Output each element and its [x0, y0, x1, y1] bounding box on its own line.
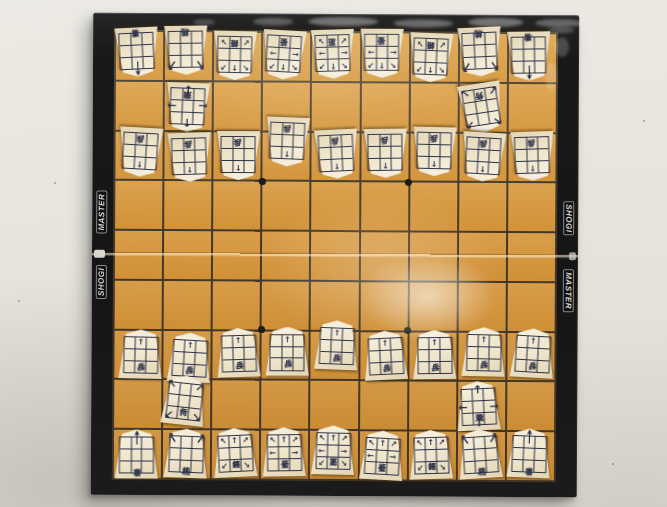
- board-cell[interactable]: ↑↗↖→←↓金将: [261, 431, 308, 479]
- arrow-s-icon: ↓: [281, 37, 288, 45]
- arrow-w-icon: ←: [341, 48, 348, 56]
- movement-diagram: ↗↖桂馬: [167, 435, 203, 473]
- movement-diagram: ↑↗↖↘↙銀将: [216, 434, 253, 473]
- arrow-se-icon: ↘: [417, 40, 424, 48]
- arrow-s-icon: ↓: [329, 459, 336, 467]
- board-cell[interactable]: [164, 281, 211, 329]
- movement-diagram: ↑歩兵: [220, 334, 256, 372]
- shogi-piece-rook[interactable]: ↑→↓←飛車: [455, 381, 502, 432]
- arrow-s-icon: ↓: [378, 464, 385, 472]
- board-cell[interactable]: [114, 380, 161, 428]
- shogi-piece-bishop[interactable]: ↗↖↘↙角行: [159, 374, 209, 428]
- arrow-n-icon: ↑: [284, 149, 291, 157]
- board-cell[interactable]: ↑歩兵: [163, 331, 210, 379]
- board-cell[interactable]: ↗↖↘↙角行: [459, 83, 506, 131]
- arrow-w-icon: ←: [269, 449, 276, 457]
- movement-diagram: ↑→↓←飛車: [169, 87, 205, 125]
- shogi-piece-knight[interactable]: ↗↖桂馬: [457, 26, 504, 77]
- movement-diagram: ↑歩兵: [318, 134, 355, 173]
- movement-diagram: ↗↖桂馬: [168, 30, 203, 67]
- board-cell[interactable]: ↑歩兵: [458, 332, 505, 380]
- arrow-e-icon: →: [318, 49, 325, 57]
- movement-diagram: ↗↖桂馬: [462, 435, 499, 474]
- arrow-sw-icon: ↙: [417, 464, 424, 472]
- arrow-w-icon: ←: [292, 50, 299, 58]
- shogi-piece-lance[interactable]: ↑香車: [114, 429, 159, 478]
- movement-diagram: ↑↗↖↘↙銀将: [413, 437, 449, 475]
- arrow-n-icon: ↑: [379, 440, 386, 448]
- arrow-nw-icon: ↖: [319, 435, 326, 443]
- arrow-se-icon: ↘: [220, 38, 227, 46]
- arrow-n-icon: ↑: [526, 428, 535, 447]
- shogi-piece-king[interactable]: ↑↗→↘↓↙←↖王将: [310, 29, 356, 79]
- movement-diagram: ↑歩兵: [171, 338, 208, 377]
- dust-speck: [643, 120, 645, 122]
- arrow-ne-icon: ↗: [220, 62, 227, 70]
- arrow-ne-icon: ↗: [195, 431, 205, 447]
- arrow-nw-icon: ↖: [219, 438, 226, 446]
- arrow-n-icon: ↑: [133, 58, 142, 77]
- arrow-sw-icon: ↙: [488, 83, 499, 95]
- board-cell[interactable]: [508, 183, 555, 231]
- board-cell[interactable]: [361, 83, 408, 131]
- movement-diagram: ↑香車: [119, 437, 154, 474]
- arrow-ne-icon: ↗: [390, 441, 397, 449]
- arrow-n-icon: ↑: [480, 164, 487, 172]
- board-cell[interactable]: ↗↖桂馬: [458, 432, 505, 480]
- board-cell[interactable]: [360, 232, 407, 280]
- arrow-n-icon: ↑: [280, 62, 287, 70]
- arrow-n-icon: ↑: [235, 163, 242, 171]
- board-cell[interactable]: ↗↖桂馬: [165, 32, 212, 80]
- shogi-piece-bishop[interactable]: ↗↖↘↙角行: [456, 80, 508, 135]
- board-cell[interactable]: [115, 181, 162, 229]
- chalk-smudge: [393, 19, 453, 27]
- arrow-n-icon: ↑: [330, 61, 337, 69]
- board-cell[interactable]: [213, 231, 260, 279]
- board-cell[interactable]: ↑香車: [114, 430, 161, 478]
- shogi-piece-pawn[interactable]: ↑歩兵: [461, 326, 507, 376]
- shogi-piece-pawn[interactable]: ↑歩兵: [510, 131, 556, 181]
- arrow-n-icon: ↑: [280, 437, 287, 445]
- movement-diagram: ↑歩兵: [221, 136, 256, 173]
- arrow-nw-icon: ↖: [242, 63, 249, 71]
- board-cell[interactable]: ↑歩兵: [508, 133, 555, 181]
- arrow-e-icon: →: [390, 453, 397, 461]
- shogi-piece-rook[interactable]: ↑→↓←飛車: [164, 82, 211, 133]
- dust-speck: [612, 463, 614, 465]
- shogi-piece-pawn[interactable]: ↑歩兵: [116, 127, 164, 179]
- arrow-n-icon: ↑: [481, 336, 488, 344]
- movement-diagram: ↑歩兵: [417, 132, 453, 170]
- arrow-ne-icon: ↗: [319, 61, 326, 69]
- arrow-n-icon: ↑: [186, 165, 193, 173]
- shogi-piece-pawn[interactable]: ↑歩兵: [215, 327, 261, 377]
- board-cell[interactable]: ↑↗↖→←↓金将: [359, 431, 406, 479]
- shogi-piece-pawn[interactable]: ↑歩兵: [264, 117, 311, 168]
- arrow-ne-icon: ↗: [368, 60, 375, 68]
- shogi-piece-king[interactable]: ↑↗→↘↓↙←↖王将: [310, 425, 356, 475]
- movement-diagram: ↑歩兵: [514, 334, 551, 373]
- movement-diagram: ↑香車: [118, 32, 155, 71]
- movement-diagram: ↗↖桂馬: [462, 31, 499, 70]
- movement-diagram: ↑↗↖→←↓金将: [363, 437, 400, 476]
- dust-speck: [54, 182, 56, 184]
- arrow-s-icon: ↓: [474, 418, 484, 429]
- board-cell[interactable]: [410, 233, 457, 281]
- arrow-sw-icon: ↙: [221, 462, 228, 470]
- board-cell[interactable]: [212, 381, 259, 429]
- chalk-smudge: [253, 18, 293, 26]
- board-grid: ↑香車↗↖桂馬↑↗↖↘↙銀将↑↗↖→←↓金将↑↗→↘↓↙←↖王将↑↗↖→←↓金将…: [112, 30, 558, 482]
- board-cell[interactable]: [261, 381, 308, 429]
- arrow-e-icon: →: [269, 49, 276, 57]
- board-cell[interactable]: ↑歩兵: [262, 331, 309, 379]
- board-cell[interactable]: [409, 382, 456, 430]
- chalk-smudge: [535, 19, 583, 27]
- arrow-se-icon: ↘: [439, 463, 446, 471]
- arrow-nw-icon: ↖: [416, 440, 423, 448]
- arrow-w-icon: ←: [458, 402, 468, 413]
- board-cell[interactable]: [509, 84, 556, 132]
- movement-diagram: ↑↗↖↘↙銀将: [217, 35, 253, 73]
- arrow-e-icon: →: [292, 449, 299, 457]
- arrow-n-icon: ↑: [431, 159, 438, 167]
- movement-diagram: ↑歩兵: [465, 137, 502, 176]
- arrow-n-icon: ↑: [231, 437, 238, 445]
- movement-diagram: ↑歩兵: [122, 336, 158, 374]
- arrow-n-icon: ↑: [137, 338, 144, 346]
- shogi-piece-pawn[interactable]: ↑歩兵: [412, 127, 458, 177]
- shogi-board: ↑香車↗↖桂馬↑↗↖↘↙銀将↑↗↖→←↓金将↑↗→↘↓↙←↖王将↑↗↖→←↓金将…: [91, 13, 580, 498]
- board-cell[interactable]: [312, 182, 359, 230]
- arrow-n-icon: ↑: [136, 160, 143, 168]
- arrow-nw-icon: ↖: [195, 57, 204, 73]
- board-cell[interactable]: [262, 281, 309, 329]
- arrow-n-icon: ↑: [231, 63, 238, 71]
- shogi-piece-gold[interactable]: ↑↗↖→←↓金将: [260, 29, 308, 81]
- arrow-sw-icon: ↙: [318, 459, 325, 467]
- board-cell[interactable]: ↑歩兵: [263, 132, 310, 180]
- arrow-n-icon: ↑: [525, 62, 534, 81]
- arrow-n-icon: ↑: [530, 337, 537, 345]
- board-cell[interactable]: [360, 282, 407, 330]
- movement-diagram: ↑歩兵: [269, 122, 305, 160]
- arrow-n-icon: ↑: [186, 341, 193, 349]
- movement-diagram: ↑歩兵: [122, 132, 159, 171]
- arrow-s-icon: ↓: [329, 37, 336, 45]
- arrow-nw-icon: ↖: [439, 65, 446, 73]
- arrow-n-icon: ↑: [473, 385, 483, 396]
- board-cell[interactable]: ↑↗↖↘↙銀将: [408, 432, 455, 480]
- movement-diagram: ↑歩兵: [171, 138, 207, 176]
- chalk-smudge: [193, 19, 215, 25]
- shogi-piece-knight[interactable]: ↗↖桂馬: [162, 428, 209, 479]
- arrow-n-icon: ↑: [427, 65, 434, 73]
- shogi-piece-pawn[interactable]: ↑歩兵: [117, 329, 163, 379]
- arrow-n-icon: ↑: [284, 336, 291, 344]
- arrow-n-icon: ↑: [530, 164, 537, 172]
- board-cell[interactable]: [410, 183, 457, 231]
- board-cell[interactable]: ↑香車: [509, 34, 556, 82]
- board-cell[interactable]: ↑歩兵: [409, 332, 456, 380]
- arrow-n-icon: ↑: [431, 339, 438, 347]
- movement-diagram: ↑歩兵: [368, 134, 403, 171]
- board-cell[interactable]: [262, 232, 309, 280]
- chalk-smudge: [308, 17, 378, 26]
- movement-diagram: ↑↗→↘↓↙←↖王将: [315, 34, 351, 72]
- board-cell[interactable]: [507, 382, 554, 430]
- arrow-n-icon: ↑: [382, 339, 389, 347]
- board-cell[interactable]: ↑香車: [507, 432, 554, 480]
- movement-diagram: ↑→↓←飛車: [460, 388, 497, 427]
- arrow-ne-icon: ↗: [439, 439, 446, 447]
- board-cell[interactable]: [360, 382, 407, 430]
- arrow-ne-icon: ↗: [462, 59, 472, 75]
- piece-kanji: 角行: [478, 106, 486, 107]
- arrow-s-icon: ↓: [281, 461, 288, 469]
- board-cell[interactable]: [164, 231, 211, 279]
- board-cell[interactable]: ↑歩兵: [115, 131, 162, 179]
- brand-label-master-right: MASTER: [563, 269, 574, 312]
- arrow-nw-icon: ↖: [167, 430, 177, 446]
- board-cell[interactable]: [458, 283, 505, 331]
- fold-hinge: [94, 250, 105, 258]
- shogi-piece-silver[interactable]: ↑↗↖↘↙銀将: [211, 427, 258, 478]
- board-cell[interactable]: [115, 231, 162, 279]
- board-cell[interactable]: ↑歩兵: [360, 332, 407, 380]
- arrow-nw-icon: ↖: [269, 437, 276, 445]
- arrow-e-icon: →: [167, 100, 177, 111]
- movement-diagram: ↑歩兵: [367, 337, 404, 376]
- arrow-w-icon: ←: [367, 452, 374, 460]
- arrow-ne-icon: ↗: [242, 437, 249, 445]
- arrow-nw-icon: ↖: [390, 60, 397, 68]
- shogi-piece-silver[interactable]: ↑↗↖↘↙銀将: [408, 429, 454, 479]
- board-cell[interactable]: [507, 283, 554, 331]
- arrow-ne-icon: ↗: [416, 64, 423, 72]
- shogi-piece-lance[interactable]: ↑香車: [507, 31, 553, 81]
- board-cell[interactable]: ↗↖↘↙角行: [163, 381, 210, 429]
- brand-label-shogi-right: SHOGI: [563, 201, 574, 235]
- board-cell[interactable]: ↑歩兵: [114, 331, 161, 379]
- board-cell[interactable]: [410, 83, 457, 131]
- arrow-sw-icon: ↙: [243, 38, 250, 46]
- arrow-n-icon: ↑: [382, 161, 389, 169]
- shogi-piece-knight[interactable]: ↗↖桂馬: [456, 428, 504, 480]
- movement-diagram: ↑↗↖→←↓金将: [365, 34, 400, 71]
- shogi-piece-pawn[interactable]: ↑歩兵: [362, 329, 409, 380]
- arrow-se-icon: ↘: [318, 37, 325, 45]
- arrow-se-icon: ↘: [191, 413, 201, 425]
- board-cell[interactable]: ↑↗↖→←↓金将: [263, 33, 310, 81]
- board-cell[interactable]: [213, 281, 260, 329]
- arrow-w-icon: ←: [318, 447, 325, 455]
- shogi-piece-knight[interactable]: ↗↖桂馬: [163, 25, 209, 75]
- shogi-piece-pawn[interactable]: ↑歩兵: [216, 131, 261, 180]
- arrow-n-icon: ↑: [132, 429, 140, 448]
- arrow-se-icon: ↘: [460, 87, 471, 99]
- brand-label-master-left: MASTER: [96, 191, 107, 234]
- board-cell[interactable]: [361, 182, 408, 230]
- board-cell[interactable]: ↑歩兵: [361, 133, 408, 181]
- shogi-piece-pawn[interactable]: ↑歩兵: [166, 133, 212, 183]
- shogi-piece-silver[interactable]: ↑↗↖↘↙銀将: [212, 30, 258, 80]
- shogi-piece-lance[interactable]: ↑香車: [506, 428, 553, 479]
- board-cell[interactable]: ↑歩兵: [410, 133, 457, 181]
- movement-diagram: ↑↗↖→←↓金将: [266, 434, 301, 471]
- arrow-nw-icon: ↖: [368, 439, 375, 447]
- arrow-n-icon: ↑: [330, 435, 337, 443]
- movement-diagram: ↑↗↖↘↙銀将: [413, 37, 449, 75]
- arrow-s-icon: ↓: [183, 83, 193, 94]
- board-cell[interactable]: [409, 282, 456, 330]
- shogi-piece-gold[interactable]: ↑↗↖→←↓金将: [358, 430, 406, 482]
- arrow-w-icon: ←: [390, 48, 397, 56]
- shogi-piece-pawn[interactable]: ↑歩兵: [313, 319, 360, 370]
- movement-diagram: ↑歩兵: [466, 333, 502, 371]
- board-cell[interactable]: ↗↖桂馬: [163, 430, 210, 478]
- board-cell[interactable]: ↑歩兵: [213, 331, 260, 379]
- movement-diagram: ↗↖↘↙角行: [164, 381, 203, 422]
- arrow-nw-icon: ↖: [291, 62, 298, 70]
- board-cell[interactable]: ↑歩兵: [165, 132, 212, 180]
- arrow-ne-icon: ↗: [292, 436, 299, 444]
- movement-diagram: ↑香車: [512, 36, 547, 73]
- arrow-s-icon: ↓: [379, 36, 386, 44]
- board-cell[interactable]: [508, 233, 555, 281]
- board-cell[interactable]: [214, 82, 261, 130]
- board-cell[interactable]: [311, 232, 358, 280]
- arrow-n-icon: ↑: [427, 439, 434, 447]
- board-cell[interactable]: ↑歩兵: [507, 333, 554, 381]
- movement-diagram: ↑歩兵: [515, 137, 551, 175]
- movement-diagram: ↑歩兵: [318, 326, 354, 364]
- board-cell[interactable]: [459, 233, 506, 281]
- board-cell[interactable]: ↑歩兵: [214, 132, 261, 180]
- shogi-piece-gold[interactable]: ↑↗↖→←↓金将: [360, 29, 405, 78]
- shogi-piece-pawn[interactable]: ↑歩兵: [509, 327, 557, 379]
- arrow-se-icon: ↘: [243, 461, 250, 469]
- board-cell[interactable]: ↑↗↖↘↙銀将: [411, 33, 458, 81]
- arrow-e-icon: →: [489, 401, 499, 412]
- arrow-ne-icon: ↗: [194, 382, 204, 394]
- arrow-se-icon: ↘: [340, 460, 347, 468]
- photo-scene: ↑香車↗↖桂馬↑↗↖↘↙銀将↑↗↖→←↓金将↑↗→↘↓↙←↖王将↑↗↖→←↓金将…: [0, 0, 667, 507]
- board-cell[interactable]: [213, 182, 260, 230]
- movement-diagram: ↗↖↘↙角行: [462, 86, 502, 128]
- arrow-e-icon: →: [341, 447, 348, 455]
- board-cell[interactable]: [312, 83, 359, 131]
- board-cell[interactable]: ↑歩兵: [311, 332, 358, 380]
- board-cell[interactable]: ↑↗→↘↓↙←↖王将: [312, 33, 359, 81]
- arrow-ne-icon: ↗: [465, 118, 476, 130]
- arrow-ne-icon: ↗: [167, 57, 176, 73]
- arrow-sw-icon: ↙: [340, 36, 347, 44]
- arrow-nw-icon: ↖: [493, 114, 504, 126]
- board-cell[interactable]: ↑→↓←飛車: [165, 82, 212, 130]
- board-cell[interactable]: ↑↗→↘↓↙←↖王将: [310, 431, 357, 479]
- shogi-piece-gold[interactable]: ↑↗↖→←↓金将: [261, 427, 307, 477]
- arrow-w-icon: ←: [198, 101, 208, 112]
- board-cell[interactable]: ↑↗↖↘↙銀将: [212, 431, 259, 479]
- hoshi-dot: [405, 179, 412, 186]
- board-cell[interactable]: [116, 82, 163, 130]
- arrow-nw-icon: ↖: [166, 378, 176, 390]
- movement-diagram: ↑歩兵: [417, 336, 452, 373]
- board-cell[interactable]: [459, 183, 506, 231]
- board-cell[interactable]: ↑↗↖↘↙銀将: [214, 32, 261, 80]
- arrow-ne-icon: ↗: [488, 430, 498, 446]
- arrow-nw-icon: ↖: [460, 432, 470, 448]
- board-cell[interactable]: ↑→↓←飛車: [458, 382, 505, 430]
- arrow-sw-icon: ↙: [163, 410, 173, 422]
- board-cell[interactable]: ↗↖桂馬: [460, 34, 507, 82]
- board-cell[interactable]: ↑歩兵: [312, 132, 359, 180]
- board-cell[interactable]: [311, 381, 358, 429]
- movement-diagram: ↑↗→↘↓↙←↖王将: [315, 432, 351, 470]
- board-cell[interactable]: ↑香車: [116, 32, 163, 80]
- shogi-piece-silver[interactable]: ↑↗↖↘↙銀将: [408, 32, 455, 83]
- arrow-nw-icon: ↖: [341, 61, 348, 69]
- piece-kanji: 角行: [180, 401, 188, 402]
- arrow-n-icon: ↑: [234, 337, 241, 345]
- shogi-piece-pawn[interactable]: ↑歩兵: [363, 129, 409, 179]
- board-cell[interactable]: ↑歩兵: [459, 133, 506, 181]
- shogi-piece-pawn[interactable]: ↑歩兵: [313, 129, 360, 180]
- arrow-e-icon: →: [368, 48, 375, 56]
- arrow-n-icon: ↑: [333, 329, 340, 337]
- fold-hinge: [569, 252, 576, 260]
- arrow-ne-icon: ↗: [341, 435, 348, 443]
- board-cell[interactable]: [164, 181, 211, 229]
- board-cell[interactable]: [115, 281, 162, 329]
- arrow-n-icon: ↑: [182, 117, 192, 128]
- board-cell[interactable]: ↑↗↖→←↓金将: [361, 33, 408, 81]
- shogi-piece-pawn[interactable]: ↑歩兵: [265, 327, 310, 376]
- movement-diagram: ↑香車: [511, 435, 547, 473]
- shogi-piece-lance[interactable]: ↑香車: [113, 26, 160, 77]
- arrow-nw-icon: ↖: [490, 58, 500, 74]
- piece-kanji: 桂馬: [477, 461, 485, 462]
- movement-diagram: ↑↗↖→←↓金将: [265, 34, 302, 73]
- arrow-n-icon: ↑: [379, 60, 386, 68]
- movement-diagram: ↑歩兵: [270, 334, 305, 371]
- shogi-piece-pawn[interactable]: ↑歩兵: [460, 132, 508, 184]
- dust-speck: [18, 300, 20, 302]
- brand-label-shogi-left: SHOGI: [96, 265, 107, 299]
- arrow-sw-icon: ↙: [439, 40, 446, 48]
- arrow-ne-icon: ↗: [268, 61, 275, 69]
- arrow-n-icon: ↑: [334, 162, 341, 170]
- shogi-piece-pawn[interactable]: ↑歩兵: [412, 329, 458, 379]
- board-cell[interactable]: [262, 182, 309, 230]
